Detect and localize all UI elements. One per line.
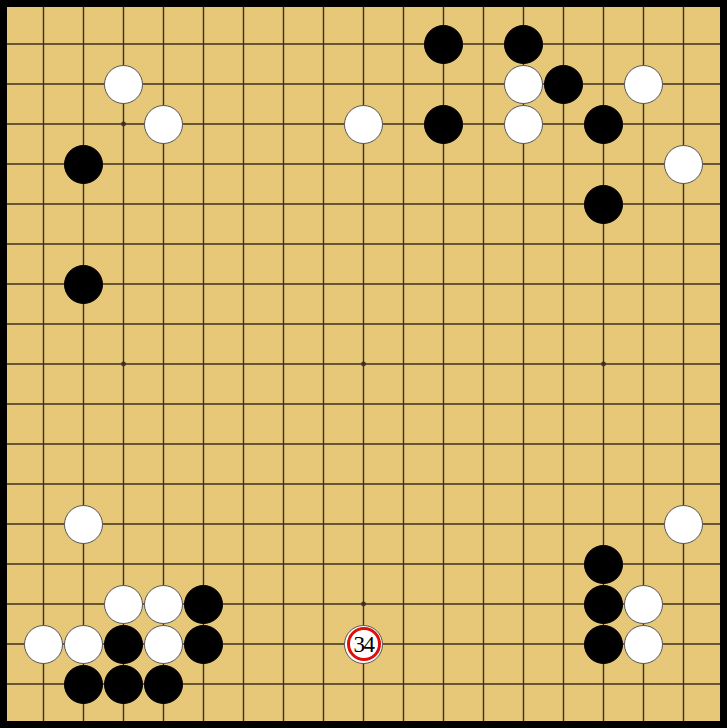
white-stone — [64, 625, 103, 664]
white-stone — [504, 65, 543, 104]
stones-grid: 34 — [0, 0, 727, 728]
go-board[interactable]: 34 — [0, 0, 727, 728]
black-stone — [544, 65, 583, 104]
marked-white-stone: 34 — [344, 625, 383, 664]
black-stone — [424, 25, 463, 64]
white-stone — [144, 625, 183, 664]
black-stone — [104, 625, 143, 664]
white-stone — [104, 65, 143, 104]
white-stone — [64, 505, 103, 544]
white-stone — [344, 105, 383, 144]
black-stone — [504, 25, 543, 64]
black-stone — [64, 145, 103, 184]
white-stone — [624, 65, 663, 104]
black-stone — [104, 665, 143, 704]
white-stone — [144, 105, 183, 144]
black-stone — [584, 185, 623, 224]
white-stone — [664, 505, 703, 544]
move-number-label: 34 — [345, 626, 382, 663]
white-stone — [624, 625, 663, 664]
black-stone — [184, 625, 223, 664]
white-stone — [664, 145, 703, 184]
black-stone — [64, 665, 103, 704]
white-stone — [624, 585, 663, 624]
black-stone — [584, 585, 623, 624]
black-stone — [584, 105, 623, 144]
white-stone — [144, 585, 183, 624]
black-stone — [184, 585, 223, 624]
black-stone — [144, 665, 183, 704]
black-stone — [584, 625, 623, 664]
white-stone — [24, 625, 63, 664]
white-stone — [504, 105, 543, 144]
black-stone — [64, 265, 103, 304]
black-stone — [424, 105, 463, 144]
black-stone — [584, 545, 623, 584]
white-stone — [104, 585, 143, 624]
